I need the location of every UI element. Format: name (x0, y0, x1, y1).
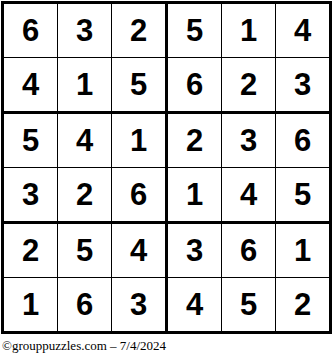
cell-r6c1: 1 (4, 278, 58, 331)
cell-r5c2: 5 (58, 224, 112, 278)
cell-r6c4: 4 (168, 278, 222, 331)
cell-r3c2: 4 (58, 114, 112, 168)
cell-r6c2: 6 (58, 278, 112, 331)
cell-r2c6: 3 (276, 58, 329, 114)
cell-r2c5: 2 (222, 58, 276, 114)
credit-line: ©grouppuzzles.com – 7/4/2024 (2, 338, 335, 354)
cell-r5c4: 3 (168, 224, 222, 278)
cell-r6c6: 2 (276, 278, 329, 331)
cell-r1c2: 3 (58, 4, 112, 58)
cell-r4c5: 4 (222, 168, 276, 224)
cell-r3c4: 2 (168, 114, 222, 168)
cell-r2c2: 1 (58, 58, 112, 114)
cell-r4c6: 5 (276, 168, 329, 224)
cell-r1c4: 5 (168, 4, 222, 58)
cell-r1c6: 4 (276, 4, 329, 58)
cell-r1c5: 1 (222, 4, 276, 58)
sudoku-page: 632514415623541236326145254361163452 ©gr… (0, 0, 335, 354)
cell-r1c3: 2 (112, 4, 168, 58)
cell-r3c6: 6 (276, 114, 329, 168)
cell-r2c4: 6 (168, 58, 222, 114)
cell-r6c5: 5 (222, 278, 276, 331)
cell-r5c3: 4 (112, 224, 168, 278)
cell-r3c1: 5 (4, 114, 58, 168)
cell-r3c5: 3 (222, 114, 276, 168)
cell-r4c3: 6 (112, 168, 168, 224)
cell-r4c2: 2 (58, 168, 112, 224)
cell-r5c6: 1 (276, 224, 329, 278)
cell-r5c1: 2 (4, 224, 58, 278)
cell-r6c3: 3 (112, 278, 168, 331)
cell-r5c5: 6 (222, 224, 276, 278)
cell-r4c4: 1 (168, 168, 222, 224)
cell-r1c1: 6 (4, 4, 58, 58)
cell-r2c1: 4 (4, 58, 58, 114)
cell-r2c3: 5 (112, 58, 168, 114)
cell-r3c3: 1 (112, 114, 168, 168)
sudoku-board: 632514415623541236326145254361163452 (1, 1, 332, 334)
cell-r4c1: 3 (4, 168, 58, 224)
